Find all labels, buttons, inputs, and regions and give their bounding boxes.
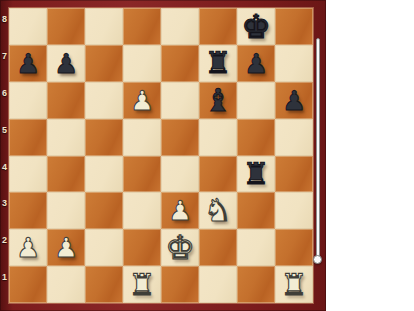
piece-white-pawn-a2[interactable]: ♟ bbox=[16, 234, 40, 261]
square-d5[interactable] bbox=[123, 119, 161, 156]
square-e8[interactable] bbox=[161, 8, 199, 45]
square-d2[interactable] bbox=[123, 229, 161, 266]
square-b2[interactable]: ♟ bbox=[47, 229, 85, 266]
board-slider-track[interactable] bbox=[316, 38, 320, 262]
square-a4[interactable] bbox=[9, 156, 47, 193]
square-h2[interactable] bbox=[275, 229, 313, 266]
piece-black-pawn-h6[interactable]: ♟ bbox=[282, 87, 306, 114]
rank-label-1: 1 bbox=[0, 272, 9, 282]
square-g4[interactable]: ♜ bbox=[237, 156, 275, 193]
rank-label-5: 5 bbox=[0, 125, 9, 135]
piece-white-rook-h1[interactable]: ♜ bbox=[281, 270, 308, 300]
piece-black-bishop-f6[interactable]: ♝ bbox=[204, 85, 232, 116]
square-e5[interactable] bbox=[161, 119, 199, 156]
square-c2[interactable] bbox=[85, 229, 123, 266]
rank-label-2: 2 bbox=[0, 235, 9, 245]
square-b3[interactable] bbox=[47, 192, 85, 229]
piece-black-pawn-g7[interactable]: ♟ bbox=[244, 50, 268, 77]
rank-label-4: 4 bbox=[0, 162, 9, 172]
square-a6[interactable] bbox=[9, 82, 47, 119]
square-c5[interactable] bbox=[85, 119, 123, 156]
square-a8[interactable] bbox=[9, 8, 47, 45]
piece-white-king-e2[interactable]: ♚ bbox=[165, 231, 195, 264]
square-g2[interactable] bbox=[237, 229, 275, 266]
square-e1[interactable] bbox=[161, 266, 199, 303]
square-b7[interactable]: ♟ bbox=[47, 45, 85, 82]
piece-black-pawn-b7[interactable]: ♟ bbox=[54, 50, 78, 77]
square-a2[interactable]: ♟ bbox=[9, 229, 47, 266]
square-f8[interactable] bbox=[199, 8, 237, 45]
square-d6[interactable]: ♟ bbox=[123, 82, 161, 119]
square-h6[interactable]: ♟ bbox=[275, 82, 313, 119]
piece-white-pawn-b2[interactable]: ♟ bbox=[54, 234, 78, 261]
square-b6[interactable] bbox=[47, 82, 85, 119]
piece-black-rook-f7[interactable]: ♜ bbox=[205, 48, 232, 78]
square-h1[interactable]: ♜ bbox=[275, 266, 313, 303]
square-h7[interactable] bbox=[275, 45, 313, 82]
square-c4[interactable] bbox=[85, 156, 123, 193]
square-f3[interactable]: ♞ bbox=[199, 192, 237, 229]
square-h3[interactable] bbox=[275, 192, 313, 229]
square-g3[interactable] bbox=[237, 192, 275, 229]
square-a5[interactable] bbox=[9, 119, 47, 156]
square-d1[interactable]: ♜ bbox=[123, 266, 161, 303]
square-d8[interactable] bbox=[123, 8, 161, 45]
board-squares: ♚♟♟♜♟♟♝♟♜♟♞♟♟♚♜♜ bbox=[9, 8, 313, 303]
square-f4[interactable] bbox=[199, 156, 237, 193]
square-b8[interactable] bbox=[47, 8, 85, 45]
piece-black-pawn-a7[interactable]: ♟ bbox=[16, 50, 40, 77]
rank-label-3: 3 bbox=[0, 198, 9, 208]
board-frame: ♚♟♟♜♟♟♝♟♜♟♞♟♟♚♜♜ 87654321 bbox=[0, 0, 326, 311]
square-g8[interactable]: ♚ bbox=[237, 8, 275, 45]
square-c8[interactable] bbox=[85, 8, 123, 45]
square-f2[interactable] bbox=[199, 229, 237, 266]
square-f6[interactable]: ♝ bbox=[199, 82, 237, 119]
square-b4[interactable] bbox=[47, 156, 85, 193]
square-e3[interactable]: ♟ bbox=[161, 192, 199, 229]
piece-white-pawn-e3[interactable]: ♟ bbox=[168, 197, 192, 224]
square-h4[interactable] bbox=[275, 156, 313, 193]
chess-app-window: ♚♟♟♜♟♟♝♟♜♟♞♟♟♚♜♜ 87654321 bbox=[0, 0, 414, 311]
square-c6[interactable] bbox=[85, 82, 123, 119]
square-g1[interactable] bbox=[237, 266, 275, 303]
rank-label-6: 6 bbox=[0, 88, 9, 98]
square-c7[interactable] bbox=[85, 45, 123, 82]
square-b1[interactable] bbox=[47, 266, 85, 303]
square-e2[interactable]: ♚ bbox=[161, 229, 199, 266]
piece-white-pawn-d6[interactable]: ♟ bbox=[130, 87, 154, 114]
square-d4[interactable] bbox=[123, 156, 161, 193]
piece-white-rook-d1[interactable]: ♜ bbox=[129, 270, 156, 300]
square-d3[interactable] bbox=[123, 192, 161, 229]
square-d7[interactable] bbox=[123, 45, 161, 82]
square-h8[interactable] bbox=[275, 8, 313, 45]
square-h5[interactable] bbox=[275, 119, 313, 156]
piece-black-rook-g4[interactable]: ♜ bbox=[243, 159, 270, 189]
square-e4[interactable] bbox=[161, 156, 199, 193]
square-a3[interactable] bbox=[9, 192, 47, 229]
square-f5[interactable] bbox=[199, 119, 237, 156]
square-c3[interactable] bbox=[85, 192, 123, 229]
rank-label-7: 7 bbox=[0, 51, 9, 61]
piece-white-knight-f3[interactable]: ♞ bbox=[204, 195, 232, 226]
square-c1[interactable] bbox=[85, 266, 123, 303]
square-g7[interactable]: ♟ bbox=[237, 45, 275, 82]
square-f1[interactable] bbox=[199, 266, 237, 303]
square-g5[interactable] bbox=[237, 119, 275, 156]
square-e7[interactable] bbox=[161, 45, 199, 82]
square-g6[interactable] bbox=[237, 82, 275, 119]
square-b5[interactable] bbox=[47, 119, 85, 156]
board-slider-thumb[interactable] bbox=[313, 255, 322, 264]
square-e6[interactable] bbox=[161, 82, 199, 119]
square-f7[interactable]: ♜ bbox=[199, 45, 237, 82]
square-a7[interactable]: ♟ bbox=[9, 45, 47, 82]
piece-black-king-g8[interactable]: ♚ bbox=[241, 10, 271, 43]
rank-label-8: 8 bbox=[0, 14, 9, 24]
square-a1[interactable] bbox=[9, 266, 47, 303]
